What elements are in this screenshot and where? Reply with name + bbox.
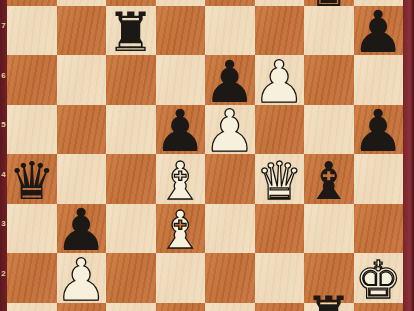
white-bishop[interactable]: ♝ (156, 206, 206, 256)
square-d2[interactable] (156, 253, 206, 303)
black-pawn[interactable]: ♟ (354, 8, 404, 58)
white-pawn[interactable]: ♟ (255, 57, 305, 107)
square-h5[interactable]: ♟ (354, 105, 404, 155)
square-c2[interactable] (106, 253, 156, 303)
square-f2[interactable] (255, 253, 305, 303)
square-g3[interactable] (304, 204, 354, 254)
rank-label-4: 4 (0, 170, 7, 180)
square-a4[interactable]: ♛ (7, 154, 57, 204)
square-g4[interactable]: ♝ (304, 154, 354, 204)
square-b6[interactable] (57, 55, 107, 105)
square-g7[interactable] (304, 6, 354, 56)
square-e5[interactable]: ♟ (205, 105, 255, 155)
rank-label-6: 6 (0, 71, 7, 81)
square-f1[interactable] (255, 303, 305, 311)
square-f4[interactable]: ♛ (255, 154, 305, 204)
square-g1[interactable]: ♜ (304, 303, 354, 311)
square-f3[interactable] (255, 204, 305, 254)
square-h4[interactable] (354, 154, 404, 204)
square-a7[interactable] (7, 6, 57, 56)
square-d1[interactable] (156, 303, 206, 311)
rank-label-3: 3 (0, 219, 7, 229)
square-b2[interactable]: ♟ (57, 253, 107, 303)
square-a2[interactable] (7, 253, 57, 303)
square-a5[interactable] (7, 105, 57, 155)
square-c5[interactable] (106, 105, 156, 155)
square-c6[interactable] (106, 55, 156, 105)
white-queen[interactable]: ♛ (255, 156, 305, 206)
square-e1[interactable] (205, 303, 255, 311)
rank-label-2: 2 (0, 269, 7, 279)
square-c4[interactable] (106, 154, 156, 204)
square-a6[interactable] (7, 55, 57, 105)
square-h7[interactable]: ♟ (354, 6, 404, 56)
square-e3[interactable] (205, 204, 255, 254)
square-b7[interactable] (57, 6, 107, 56)
square-b5[interactable] (57, 105, 107, 155)
white-bishop[interactable]: ♝ (156, 156, 206, 206)
white-pawn[interactable]: ♟ (57, 255, 107, 305)
rank-label-7: 7 (0, 21, 7, 31)
square-d5[interactable]: ♟ (156, 105, 206, 155)
square-d4[interactable]: ♝ (156, 154, 206, 204)
black-rook[interactable]: ♜ (304, 292, 354, 311)
square-a1[interactable] (7, 303, 57, 311)
chess-diagram: ♚♜♟♟♟♟♟♟♛♝♛♝♟♝♟♚♜ 765432 (0, 0, 414, 311)
square-g6[interactable] (304, 55, 354, 105)
black-pawn[interactable]: ♟ (156, 107, 206, 157)
square-h2[interactable]: ♚ (354, 253, 404, 303)
chessboard: ♚♜♟♟♟♟♟♟♛♝♛♝♟♝♟♚♜ (7, 0, 403, 311)
rank-label-5: 5 (0, 120, 7, 130)
square-d7[interactable] (156, 6, 206, 56)
square-c7[interactable]: ♜ (106, 6, 156, 56)
square-e4[interactable] (205, 154, 255, 204)
white-pawn[interactable]: ♟ (205, 107, 255, 157)
square-b1[interactable] (57, 303, 107, 311)
square-d3[interactable]: ♝ (156, 204, 206, 254)
black-pawn[interactable]: ♟ (354, 107, 404, 157)
square-h3[interactable] (354, 204, 404, 254)
square-c3[interactable] (106, 204, 156, 254)
square-h1[interactable] (354, 303, 404, 311)
square-f6[interactable]: ♟ (255, 55, 305, 105)
square-f5[interactable] (255, 105, 305, 155)
square-c1[interactable] (106, 303, 156, 311)
square-g5[interactable] (304, 105, 354, 155)
square-a3[interactable] (7, 204, 57, 254)
white-king[interactable]: ♚ (354, 255, 404, 305)
black-bishop[interactable]: ♝ (304, 156, 354, 206)
black-queen[interactable]: ♛ (7, 156, 57, 206)
square-e2[interactable] (205, 253, 255, 303)
black-rook[interactable]: ♜ (106, 8, 156, 58)
